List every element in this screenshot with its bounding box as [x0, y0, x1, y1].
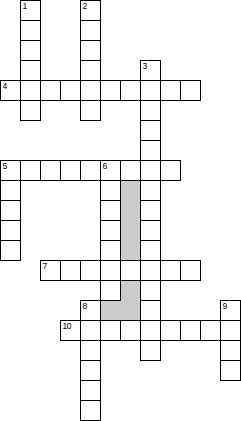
- cell-r4-c8[interactable]: [160, 80, 181, 101]
- clue-number-5: 5: [3, 162, 7, 171]
- cell-r19-c4[interactable]: [80, 380, 101, 401]
- cell-r18-c11[interactable]: [220, 360, 241, 381]
- cell-r13-c7[interactable]: [140, 260, 161, 281]
- cell-r13-c9[interactable]: [180, 260, 201, 281]
- clue-number-3: 3: [143, 62, 147, 71]
- cell-r0-c1[interactable]: 1: [20, 0, 41, 21]
- cell-r13-c8[interactable]: [160, 260, 181, 281]
- cell-r4-c5[interactable]: [100, 80, 121, 101]
- highlight-cell-r15-c5: [100, 300, 121, 321]
- cell-r16-c4[interactable]: [80, 320, 101, 341]
- cell-r8-c0[interactable]: 5: [0, 160, 21, 181]
- cell-r2-c4[interactable]: [80, 40, 101, 61]
- cell-r8-c3[interactable]: [60, 160, 81, 181]
- cell-r10-c5[interactable]: [100, 200, 121, 221]
- cell-r11-c7[interactable]: [140, 220, 161, 241]
- cell-r13-c4[interactable]: [80, 260, 101, 281]
- cell-r17-c11[interactable]: [220, 340, 241, 361]
- clue-number-7: 7: [43, 262, 47, 271]
- highlight-cell-r9-c6: [120, 180, 141, 201]
- cell-r12-c5[interactable]: [100, 240, 121, 261]
- highlight-cell-r14-c6: [120, 280, 141, 301]
- cell-r3-c1[interactable]: [20, 60, 41, 81]
- cell-r5-c4[interactable]: [80, 100, 101, 121]
- crossword-grid: 12345678910: [0, 0, 241, 421]
- cell-r15-c7[interactable]: [140, 300, 161, 321]
- cell-r13-c3[interactable]: [60, 260, 81, 281]
- cell-r16-c11[interactable]: [220, 320, 241, 341]
- cell-r14-c5[interactable]: [100, 280, 121, 301]
- cell-r16-c6[interactable]: [120, 320, 141, 341]
- cell-r12-c7[interactable]: [140, 240, 161, 261]
- cell-r8-c8[interactable]: [160, 160, 181, 181]
- clue-number-2: 2: [83, 2, 87, 11]
- cell-r16-c7[interactable]: [140, 320, 161, 341]
- cell-r1-c1[interactable]: [20, 20, 41, 41]
- cell-r20-c4[interactable]: [80, 400, 101, 421]
- clue-number-1: 1: [23, 2, 27, 11]
- cell-r8-c1[interactable]: [20, 160, 41, 181]
- cell-r16-c3[interactable]: 10: [60, 320, 81, 341]
- cell-r12-c0[interactable]: [0, 240, 21, 261]
- cell-r13-c5[interactable]: [100, 260, 121, 281]
- cell-r2-c1[interactable]: [20, 40, 41, 61]
- cell-r4-c2[interactable]: [40, 80, 61, 101]
- cell-r15-c4[interactable]: 8: [80, 300, 101, 321]
- cell-r7-c7[interactable]: [140, 140, 161, 161]
- cell-r16-c8[interactable]: [160, 320, 181, 341]
- cell-r8-c6[interactable]: [120, 160, 141, 181]
- cell-r11-c0[interactable]: [0, 220, 21, 241]
- cell-r16-c5[interactable]: [100, 320, 121, 341]
- cell-r4-c3[interactable]: [60, 80, 81, 101]
- cell-r8-c7[interactable]: [140, 160, 161, 181]
- cell-r15-c11[interactable]: 9: [220, 300, 241, 321]
- cell-r16-c10[interactable]: [200, 320, 221, 341]
- highlight-cell-r11-c6: [120, 220, 141, 241]
- cell-r3-c4[interactable]: [80, 60, 101, 81]
- cell-r4-c6[interactable]: [120, 80, 141, 101]
- cell-r6-c7[interactable]: [140, 120, 161, 141]
- clue-number-6: 6: [103, 162, 107, 171]
- clue-number-9: 9: [223, 302, 227, 311]
- cell-r13-c2[interactable]: 7: [40, 260, 61, 281]
- cell-r10-c7[interactable]: [140, 200, 161, 221]
- cell-r4-c1[interactable]: [20, 80, 41, 101]
- cell-r16-c9[interactable]: [180, 320, 201, 341]
- cell-r3-c7[interactable]: 3: [140, 60, 161, 81]
- cell-r1-c4[interactable]: [80, 20, 101, 41]
- cell-r4-c9[interactable]: [180, 80, 201, 101]
- cell-r8-c2[interactable]: [40, 160, 61, 181]
- highlight-cell-r12-c6: [120, 240, 141, 261]
- cell-r11-c5[interactable]: [100, 220, 121, 241]
- cell-r9-c0[interactable]: [0, 180, 21, 201]
- cell-r13-c6[interactable]: [120, 260, 141, 281]
- cell-r4-c4[interactable]: [80, 80, 101, 101]
- cell-r5-c1[interactable]: [20, 100, 41, 121]
- clue-number-10: 10: [63, 322, 71, 331]
- cell-r0-c4[interactable]: 2: [80, 0, 101, 21]
- cell-r18-c4[interactable]: [80, 360, 101, 381]
- clue-number-8: 8: [83, 302, 87, 311]
- clue-number-4: 4: [3, 82, 7, 91]
- cell-r17-c4[interactable]: [80, 340, 101, 361]
- highlight-cell-r15-c6: [120, 300, 141, 321]
- cell-r17-c7[interactable]: [140, 340, 161, 361]
- cell-r4-c7[interactable]: [140, 80, 161, 101]
- cell-r5-c7[interactable]: [140, 100, 161, 121]
- cell-r4-c0[interactable]: 4: [0, 80, 21, 101]
- cell-r9-c5[interactable]: [100, 180, 121, 201]
- cell-r8-c5[interactable]: 6: [100, 160, 121, 181]
- cell-r14-c7[interactable]: [140, 280, 161, 301]
- cell-r9-c7[interactable]: [140, 180, 161, 201]
- cell-r8-c4[interactable]: [80, 160, 101, 181]
- highlight-cell-r10-c6: [120, 200, 141, 221]
- cell-r10-c0[interactable]: [0, 200, 21, 221]
